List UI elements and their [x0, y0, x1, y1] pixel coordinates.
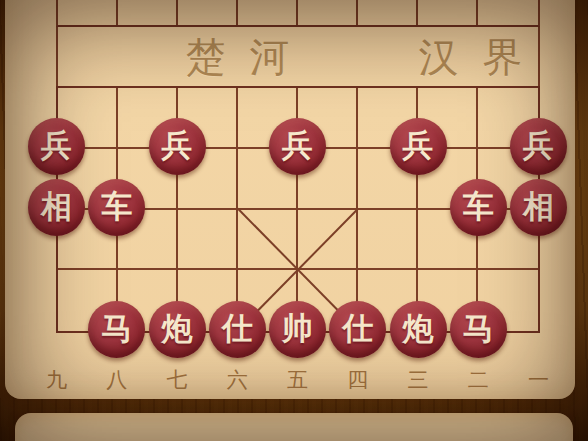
- piece-red-soldier[interactable]: 兵: [510, 118, 567, 175]
- piece-red-elephant[interactable]: 相: [28, 179, 85, 236]
- file-label: 八: [106, 366, 127, 394]
- piece-red-advisor[interactable]: 仕: [209, 301, 266, 358]
- board-cell: [358, 0, 418, 25]
- piece-red-soldier[interactable]: 兵: [269, 118, 326, 175]
- river-label-han-jie: 汉界: [419, 29, 547, 84]
- piece-red-horse[interactable]: 马: [88, 301, 145, 358]
- piece-red-cannon[interactable]: 炮: [149, 301, 206, 358]
- file-label: 一: [528, 366, 549, 394]
- lower-tray-panel: [15, 413, 573, 441]
- piece-red-advisor[interactable]: 仕: [329, 301, 386, 358]
- board-cell: [478, 0, 538, 25]
- file-label: 七: [167, 366, 188, 394]
- piece-red-general[interactable]: 帅: [269, 301, 326, 358]
- xiangqi-board-screen: 楚河 汉界 兵兵兵兵兵相车车相马炮仕帅仕炮马 九八七六五四三二一: [0, 0, 588, 441]
- piece-red-chariot[interactable]: 车: [88, 179, 145, 236]
- piece-red-horse[interactable]: 马: [450, 301, 507, 358]
- piece-red-soldier[interactable]: 兵: [28, 118, 85, 175]
- piece-red-soldier[interactable]: 兵: [149, 118, 206, 175]
- file-label: 二: [468, 366, 489, 394]
- file-label: 六: [227, 366, 248, 394]
- river-label-chu-he: 楚河: [186, 29, 314, 84]
- river-band: 楚河 汉界: [56, 27, 540, 86]
- file-label: 四: [347, 366, 368, 394]
- board-cell: [58, 0, 118, 25]
- piece-red-cannon[interactable]: 炮: [390, 301, 447, 358]
- piece-red-chariot[interactable]: 车: [450, 179, 507, 236]
- piece-red-elephant[interactable]: 相: [510, 179, 567, 236]
- file-label: 三: [408, 366, 429, 394]
- file-label: 五: [287, 366, 308, 394]
- board-cell: [178, 0, 238, 25]
- board-cell: [298, 0, 358, 25]
- board-grid-upper: [56, 0, 540, 27]
- file-label: 九: [46, 366, 67, 394]
- board-cell: [418, 0, 478, 25]
- piece-red-soldier[interactable]: 兵: [390, 118, 447, 175]
- board-cell: [238, 0, 298, 25]
- board-cell: [118, 0, 178, 25]
